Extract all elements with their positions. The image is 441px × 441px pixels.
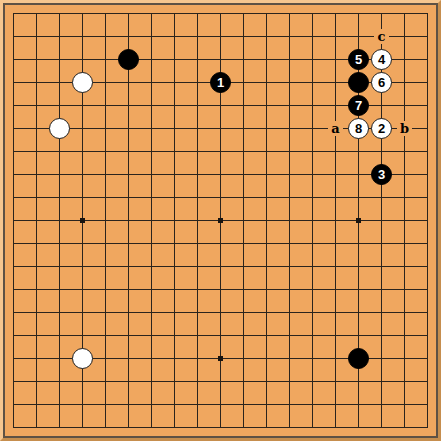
stone-white-R17-move-4: 4 <box>371 49 392 70</box>
label-c: c <box>374 29 389 44</box>
stone-white-D16 <box>72 72 93 93</box>
stone-black-K16-move-1: 1 <box>210 72 231 93</box>
stone-black-R12-move-3: 3 <box>371 164 392 185</box>
stone-black-Q17-move-5: 5 <box>348 49 369 70</box>
stone-black-Q15-move-7: 7 <box>348 95 369 116</box>
label-b: b <box>397 121 412 136</box>
stone-white-Q14-move-8: 8 <box>348 118 369 139</box>
go-grid: 15467823abc <box>13 13 428 428</box>
stone-black-Q4 <box>348 348 369 369</box>
stone-black-Q16 <box>348 72 369 93</box>
stone-white-R16-move-6: 6 <box>371 72 392 93</box>
star-point <box>356 218 361 223</box>
label-a: a <box>328 121 343 136</box>
stone-white-C14 <box>49 118 70 139</box>
go-board: 15467823abc <box>0 0 441 441</box>
stone-white-R14-move-2: 2 <box>371 118 392 139</box>
star-point <box>218 218 223 223</box>
star-point <box>218 356 223 361</box>
stone-black-F17 <box>118 49 139 70</box>
stone-white-D4 <box>72 348 93 369</box>
star-point <box>80 218 85 223</box>
